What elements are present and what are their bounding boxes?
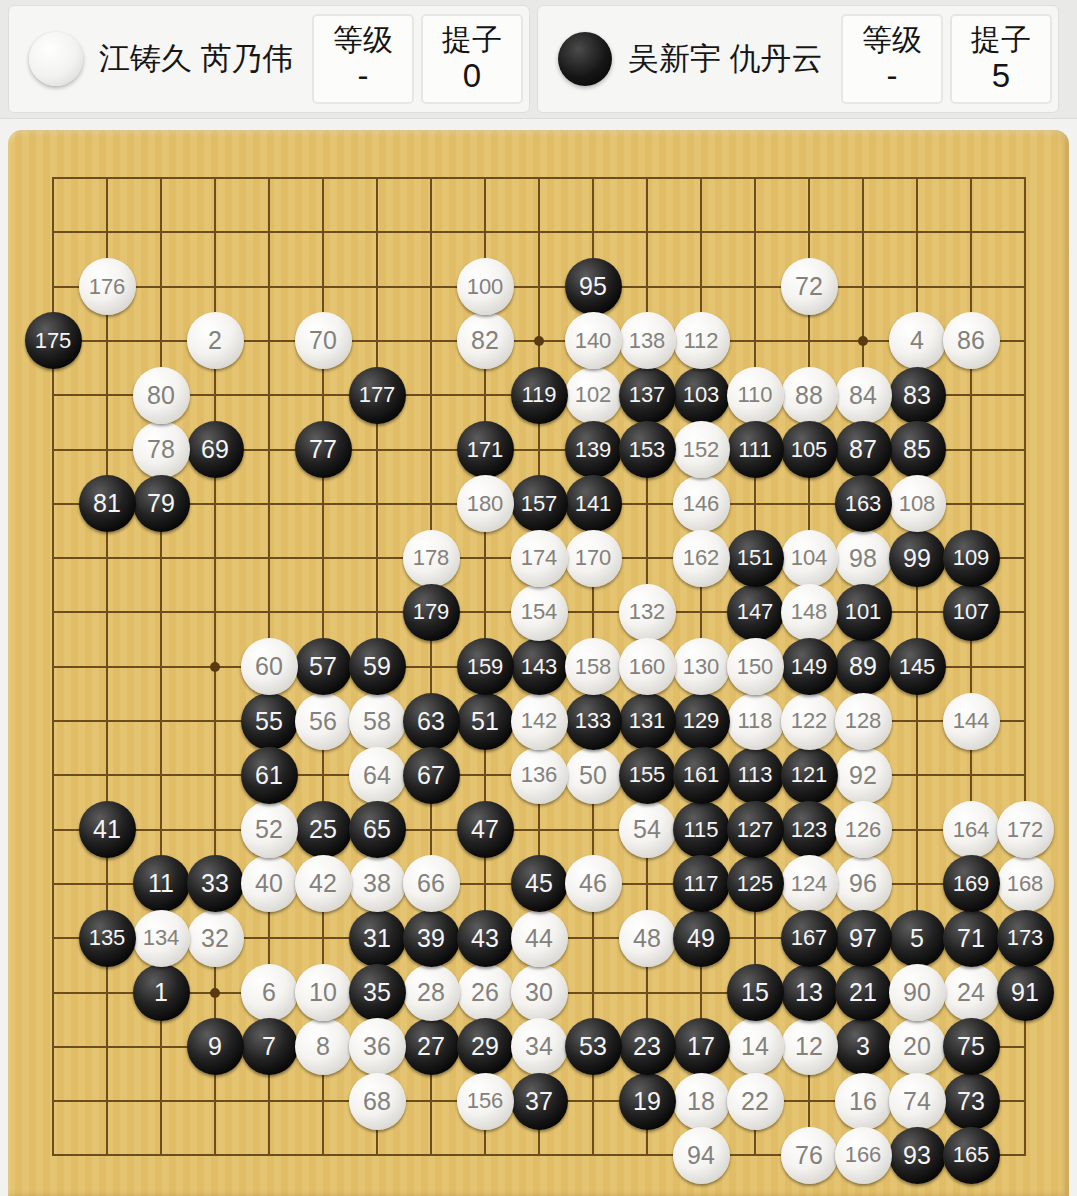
stone: 164: [943, 801, 1000, 858]
stone: 83: [889, 367, 946, 424]
stone: 146: [673, 475, 730, 532]
stone: 123: [781, 801, 838, 858]
stone: 35: [349, 964, 406, 1021]
stone: 75: [943, 1018, 1000, 1075]
stone: 81: [79, 475, 136, 532]
stone: 172: [997, 801, 1054, 858]
stone: 58: [349, 693, 406, 750]
stone: 28: [403, 964, 460, 1021]
stone: 11: [133, 855, 190, 912]
stone: 103: [673, 367, 730, 424]
stone: 125: [727, 855, 784, 912]
stone: 9: [187, 1018, 244, 1075]
stone: 94: [673, 1127, 730, 1184]
stone: 31: [349, 910, 406, 967]
stone: 145: [889, 638, 946, 695]
stone: 157: [511, 475, 568, 532]
stone: 15: [727, 964, 784, 1021]
player-info-bar: 江铸久 芮乃伟 等级 - 提子 0 吴新宇 仇丹云 等级 - 提子 5: [0, 0, 1077, 119]
stone: 89: [835, 638, 892, 695]
stone: 97: [835, 910, 892, 967]
stone: 158: [565, 638, 622, 695]
stone: 111: [727, 421, 784, 478]
stone: 127: [727, 801, 784, 858]
white-player-panel: 江铸久 芮乃伟 等级 - 提子 0: [8, 5, 530, 113]
rank-label: 等级: [862, 23, 922, 58]
stone: 163: [835, 475, 892, 532]
stone: 41: [79, 801, 136, 858]
stone: 45: [511, 855, 568, 912]
stone: 21: [835, 964, 892, 1021]
stone: 53: [565, 1018, 622, 1075]
stone: 7: [241, 1018, 298, 1075]
captures-label: 提子: [971, 23, 1031, 58]
stone: 152: [673, 421, 730, 478]
star-point: [210, 662, 220, 672]
stone: 115: [673, 801, 730, 858]
stone: 93: [889, 1127, 946, 1184]
stone: 95: [565, 258, 622, 315]
stone: 140: [565, 312, 622, 369]
stone: 24: [943, 964, 1000, 1021]
stone: 129: [673, 693, 730, 750]
stone: 70: [295, 312, 352, 369]
stone: 104: [781, 530, 838, 587]
stone: 105: [781, 421, 838, 478]
stone: 126: [835, 801, 892, 858]
stone: 57: [295, 638, 352, 695]
stone: 78: [133, 421, 190, 478]
stone: 133: [565, 693, 622, 750]
stone: 13: [781, 964, 838, 1021]
black-rank-box: 等级 -: [841, 14, 943, 104]
go-board[interactable]: 1234567891011121314151617181920212223242…: [8, 130, 1069, 1196]
stone: 169: [943, 855, 1000, 912]
stone: 139: [565, 421, 622, 478]
stone: 72: [781, 258, 838, 315]
black-player-name: 吴新宇 仇丹云: [628, 38, 834, 80]
stone: 160: [619, 638, 676, 695]
stone: 110: [727, 367, 784, 424]
stone: 112: [673, 312, 730, 369]
stone: 84: [835, 367, 892, 424]
white-rank-value: -: [358, 57, 369, 95]
stone: 60: [241, 638, 298, 695]
stone: 170: [565, 530, 622, 587]
stone: 44: [511, 910, 568, 967]
stone: 59: [349, 638, 406, 695]
stone: 61: [241, 747, 298, 804]
stone: 98: [835, 530, 892, 587]
stone: 88: [781, 367, 838, 424]
stone: 100: [457, 258, 514, 315]
stone: 17: [673, 1018, 730, 1075]
stone: 64: [349, 747, 406, 804]
stone: 32: [187, 910, 244, 967]
stone: 37: [511, 1073, 568, 1130]
stone: 142: [511, 693, 568, 750]
stone: 168: [997, 855, 1054, 912]
stone: 151: [727, 530, 784, 587]
stone: 101: [835, 584, 892, 641]
stone: 63: [403, 693, 460, 750]
stone: 8: [295, 1018, 352, 1075]
stone: 135: [79, 910, 136, 967]
stone: 141: [565, 475, 622, 532]
stone: 1: [133, 964, 190, 1021]
stone: 154: [511, 584, 568, 641]
stone: 118: [727, 693, 784, 750]
stone: 82: [457, 312, 514, 369]
stone: 80: [133, 367, 190, 424]
stone: 102: [565, 367, 622, 424]
white-captures-value: 0: [463, 57, 481, 95]
stone: 5: [889, 910, 946, 967]
stone: 165: [943, 1127, 1000, 1184]
stone: 56: [295, 693, 352, 750]
stone: 71: [943, 910, 1000, 967]
stone: 150: [727, 638, 784, 695]
stone: 148: [781, 584, 838, 641]
stone: 36: [349, 1018, 406, 1075]
black-rank-value: -: [887, 57, 898, 95]
stone: 29: [457, 1018, 514, 1075]
black-player-panel: 吴新宇 仇丹云 等级 - 提子 5: [537, 5, 1059, 113]
stone: 23: [619, 1018, 676, 1075]
stone: 69: [187, 421, 244, 478]
stone: 134: [133, 910, 190, 967]
stone: 180: [457, 475, 514, 532]
stone: 155: [619, 747, 676, 804]
stone: 166: [835, 1127, 892, 1184]
white-stone-icon: [29, 32, 83, 86]
stone: 99: [889, 530, 946, 587]
stone: 43: [457, 910, 514, 967]
stone: 132: [619, 584, 676, 641]
stone: 87: [835, 421, 892, 478]
stone: 39: [403, 910, 460, 967]
stone: 107: [943, 584, 1000, 641]
stone: 121: [781, 747, 838, 804]
stone: 42: [295, 855, 352, 912]
stone: 54: [619, 801, 676, 858]
captures-label: 提子: [442, 23, 502, 58]
stone: 55: [241, 693, 298, 750]
black-captures-box: 提子 5: [950, 14, 1052, 104]
black-stone-icon: [558, 32, 612, 86]
stone: 108: [889, 475, 946, 532]
stone: 167: [781, 910, 838, 967]
star-point: [534, 336, 544, 346]
stone: 46: [565, 855, 622, 912]
stone: 144: [943, 693, 1000, 750]
stone: 14: [727, 1018, 784, 1075]
stone: 2: [187, 312, 244, 369]
stone: 85: [889, 421, 946, 478]
stone: 10: [295, 964, 352, 1021]
stone: 138: [619, 312, 676, 369]
stone: 90: [889, 964, 946, 1021]
stone: 40: [241, 855, 298, 912]
rank-label: 等级: [333, 23, 393, 58]
stone: 66: [403, 855, 460, 912]
stone: 161: [673, 747, 730, 804]
stone: 124: [781, 855, 838, 912]
stone: 136: [511, 747, 568, 804]
stone: 171: [457, 421, 514, 478]
stone: 122: [781, 693, 838, 750]
stone: 179: [403, 584, 460, 641]
stone: 153: [619, 421, 676, 478]
stone: 51: [457, 693, 514, 750]
stone: 67: [403, 747, 460, 804]
stone: 34: [511, 1018, 568, 1075]
stone: 177: [349, 367, 406, 424]
star-point: [858, 336, 868, 346]
stone: 147: [727, 584, 784, 641]
stone: 92: [835, 747, 892, 804]
stone: 30: [511, 964, 568, 1021]
stone: 143: [511, 638, 568, 695]
stone: 47: [457, 801, 514, 858]
stone: 73: [943, 1073, 1000, 1130]
stone: 128: [835, 693, 892, 750]
stone: 176: [79, 258, 136, 315]
stone: 77: [295, 421, 352, 478]
stone: 137: [619, 367, 676, 424]
stone: 3: [835, 1018, 892, 1075]
stone: 96: [835, 855, 892, 912]
stone: 119: [511, 367, 568, 424]
black-captures-value: 5: [992, 57, 1010, 95]
stone: 79: [133, 475, 190, 532]
stone: 86: [943, 312, 1000, 369]
stone: 19: [619, 1073, 676, 1130]
stone: 6: [241, 964, 298, 1021]
stone: 178: [403, 530, 460, 587]
stone: 131: [619, 693, 676, 750]
stone: 113: [727, 747, 784, 804]
star-point: [210, 988, 220, 998]
stone: 174: [511, 530, 568, 587]
stone: 20: [889, 1018, 946, 1075]
stone: 52: [241, 801, 298, 858]
stone: 175: [25, 312, 82, 369]
stone: 48: [619, 910, 676, 967]
stone: 33: [187, 855, 244, 912]
stone: 16: [835, 1073, 892, 1130]
stone: 4: [889, 312, 946, 369]
stone: 27: [403, 1018, 460, 1075]
stone: 25: [295, 801, 352, 858]
stone: 22: [727, 1073, 784, 1130]
stone: 130: [673, 638, 730, 695]
white-player-name: 江铸久 芮乃伟: [99, 38, 305, 80]
stone: 12: [781, 1018, 838, 1075]
stone: 109: [943, 530, 1000, 587]
stone: 74: [889, 1073, 946, 1130]
stone: 50: [565, 747, 622, 804]
stone: 91: [997, 964, 1054, 1021]
stone: 117: [673, 855, 730, 912]
stone: 26: [457, 964, 514, 1021]
stone: 159: [457, 638, 514, 695]
stone: 149: [781, 638, 838, 695]
stone: 65: [349, 801, 406, 858]
white-rank-box: 等级 -: [312, 14, 414, 104]
stone: 156: [457, 1073, 514, 1130]
stone: 38: [349, 855, 406, 912]
stone: 18: [673, 1073, 730, 1130]
white-captures-box: 提子 0: [421, 14, 523, 104]
stone: 173: [997, 910, 1054, 967]
stone: 162: [673, 530, 730, 587]
stone: 76: [781, 1127, 838, 1184]
stone: 68: [349, 1073, 406, 1130]
stone: 49: [673, 910, 730, 967]
